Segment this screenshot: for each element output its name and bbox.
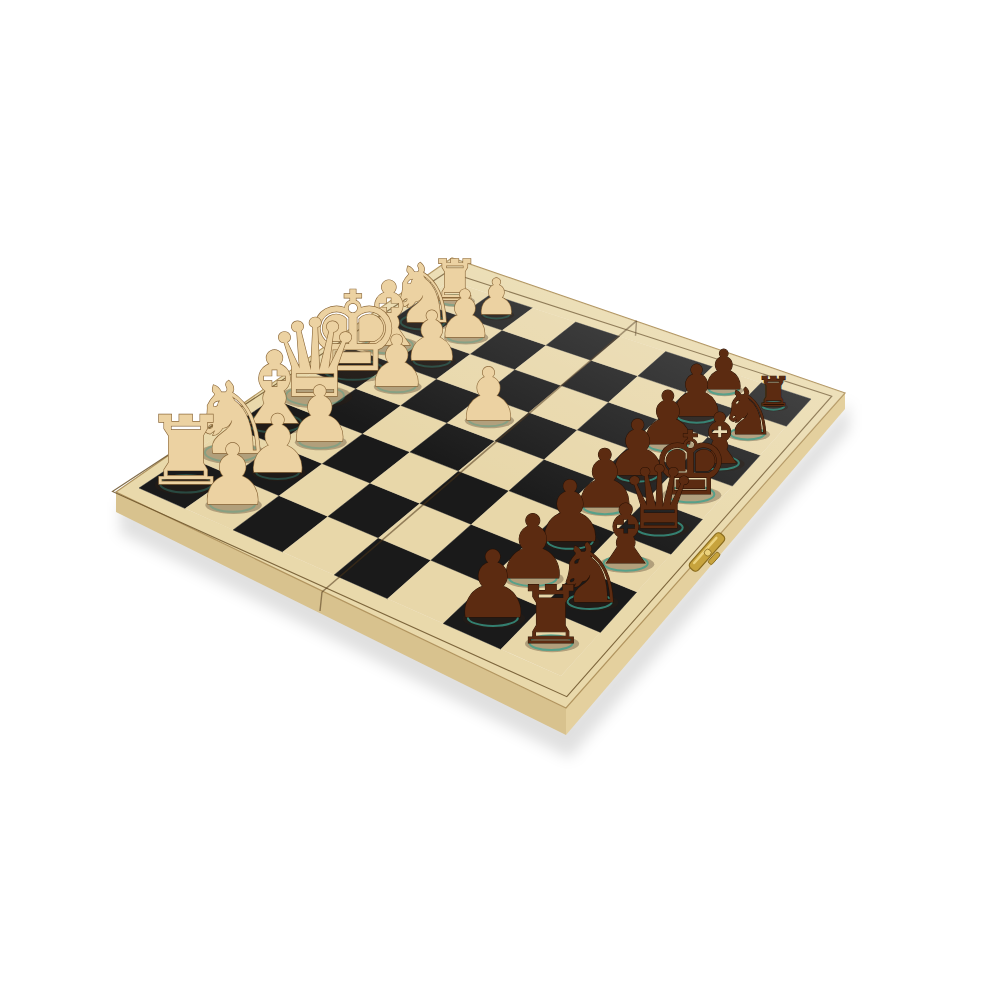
piece-glyph: ♜: [515, 569, 587, 662]
piece-glyph: ♟: [195, 426, 270, 524]
chess-set-photo: ♜♟♞♟♝♟♚♟♟♛♜♟♟♝♞♟♟♞♝♟♟♜♚♟♟♛♟♝♟♞♟♜: [0, 0, 1000, 1000]
board-photo-svg: ♜♟♞♟♝♟♚♟♟♛♜♟♟♝♞♟♟♞♝♟♟♜♚♟♟♛♟♝♟♞♟♜: [0, 0, 1000, 1000]
piece-glyph: ♟: [365, 320, 428, 403]
piece-white-pawn-e2[interactable]: ♟: [365, 320, 428, 403]
piece-dark-rook-a8[interactable]: ♜: [515, 569, 587, 662]
piece-white-pawn-a2[interactable]: ♟: [195, 426, 270, 524]
piece-glyph: ♟: [456, 352, 522, 437]
piece-white-pawn-e4[interactable]: ♟: [456, 352, 522, 437]
